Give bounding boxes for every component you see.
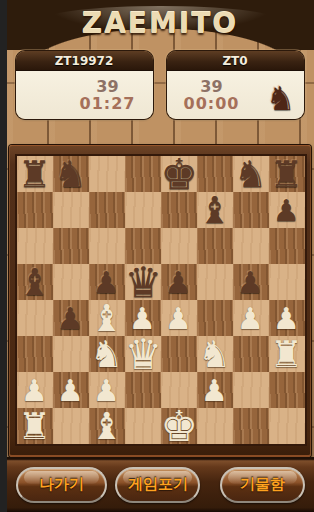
square-c5[interactable]: ♟ — [89, 264, 125, 300]
square-h2[interactable] — [269, 372, 305, 408]
piece-box-button[interactable]: 기물함 — [220, 467, 304, 503]
square-g3[interactable] — [233, 336, 269, 372]
square-c8[interactable] — [89, 156, 125, 192]
piece-black-knight-b8[interactable]: ♞ — [53, 158, 89, 192]
piece-black-rook-a8[interactable]: ♜ — [17, 158, 53, 192]
square-b2[interactable]: ♟ — [53, 372, 89, 408]
piece-white-knight-f3[interactable]: ♞ — [197, 338, 233, 372]
square-g1[interactable] — [233, 408, 269, 444]
square-a4[interactable] — [17, 300, 53, 336]
piece-black-knight-g8[interactable]: ♞ — [233, 158, 269, 192]
bottom-button-bar: 나가기 게임포기 기물함 — [7, 457, 314, 512]
square-b1[interactable] — [53, 408, 89, 444]
piece-white-knight-c3[interactable]: ♞ — [89, 338, 125, 372]
player-black-name-bar: ZT0 — [167, 51, 304, 71]
piece-white-bishop-c1[interactable]: ♝ — [89, 410, 125, 444]
square-b3[interactable] — [53, 336, 89, 372]
square-g2[interactable] — [233, 372, 269, 408]
player-white-name: ZT19972 — [55, 54, 114, 68]
exit-button-label: 나가기 — [39, 475, 84, 494]
piece-white-queen-d3[interactable]: ♛ — [125, 338, 161, 372]
square-d7[interactable] — [125, 192, 161, 228]
square-a8[interactable]: ♜ — [17, 156, 53, 192]
square-g8[interactable]: ♞ — [233, 156, 269, 192]
square-a3[interactable] — [17, 336, 53, 372]
app-screen: ZAEMITO ZT19972 39 01:27 ZT0 39 00:00 — [7, 0, 314, 512]
square-c4[interactable]: ♝ — [89, 300, 125, 336]
square-a5[interactable]: ♝ — [17, 264, 53, 300]
player-panel-white: ZT19972 39 01:27 — [16, 51, 153, 119]
square-b8[interactable]: ♞ — [53, 156, 89, 192]
square-a2[interactable]: ♟ — [17, 372, 53, 408]
board-frame: ♜♞♚♞♜♝♟♝♟♛♟♟♟♝♟♟♟♟♞♛♞♜♟♟♟♟♜♝♚ — [9, 145, 311, 457]
square-c6[interactable] — [89, 228, 125, 264]
piece-white-pawn-b2[interactable]: ♟ — [53, 374, 89, 408]
square-c2[interactable]: ♟ — [89, 372, 125, 408]
square-a7[interactable] — [17, 192, 53, 228]
square-d1[interactable] — [125, 408, 161, 444]
square-c1[interactable]: ♝ — [89, 408, 125, 444]
square-c3[interactable]: ♞ — [89, 336, 125, 372]
square-d8[interactable] — [125, 156, 161, 192]
square-h1[interactable] — [269, 408, 305, 444]
player-panels: ZT19972 39 01:27 ZT0 39 00:00 ♞ — [16, 51, 305, 119]
piece-black-pawn-g5[interactable]: ♟ — [233, 266, 269, 300]
square-e4[interactable]: ♟ — [161, 300, 197, 336]
square-h8[interactable]: ♜ — [269, 156, 305, 192]
square-a6[interactable] — [17, 228, 53, 264]
square-g4[interactable]: ♟ — [233, 300, 269, 336]
square-c7[interactable] — [89, 192, 125, 228]
square-h7[interactable]: ♟ — [269, 192, 305, 228]
piece-black-bishop-f7[interactable]: ♝ — [197, 194, 233, 228]
app-title: ZAEMITO — [7, 7, 314, 40]
square-h5[interactable] — [269, 264, 305, 300]
square-d2[interactable] — [125, 372, 161, 408]
square-f1[interactable] — [197, 408, 233, 444]
square-f4[interactable] — [197, 300, 233, 336]
square-e1[interactable]: ♚ — [161, 408, 197, 444]
square-e5[interactable]: ♟ — [161, 264, 197, 300]
player-white-score: 39 — [71, 78, 145, 95]
title-bar: ZAEMITO — [7, 0, 314, 50]
square-h3[interactable]: ♜ — [269, 336, 305, 372]
square-d3[interactable]: ♛ — [125, 336, 161, 372]
piece-black-pawn-h7[interactable]: ♟ — [269, 194, 305, 228]
square-f7[interactable]: ♝ — [197, 192, 233, 228]
piece-black-queen-d5[interactable]: ♛ — [125, 266, 161, 300]
square-a1[interactable]: ♜ — [17, 408, 53, 444]
resign-button[interactable]: 게임포기 — [115, 467, 200, 503]
square-f3[interactable]: ♞ — [197, 336, 233, 372]
square-e6[interactable] — [161, 228, 197, 264]
piece-black-pawn-b4[interactable]: ♟ — [53, 302, 89, 336]
player-black-time: 00:00 — [173, 95, 251, 113]
square-h6[interactable] — [269, 228, 305, 264]
square-b5[interactable] — [53, 264, 89, 300]
piece-white-rook-h3[interactable]: ♜ — [269, 338, 305, 372]
player-black-name: ZT0 — [222, 54, 247, 68]
square-e7[interactable] — [161, 192, 197, 228]
square-f2[interactable]: ♟ — [197, 372, 233, 408]
piece-white-rook-a1[interactable]: ♜ — [17, 410, 53, 444]
black-knight-icon: ♞ — [266, 79, 296, 119]
exit-button[interactable]: 나가기 — [16, 467, 108, 503]
square-d5[interactable]: ♛ — [125, 264, 161, 300]
piece-white-pawn-e4[interactable]: ♟ — [161, 302, 197, 336]
piece-box-button-label: 기물함 — [240, 475, 285, 494]
square-f6[interactable] — [197, 228, 233, 264]
square-b6[interactable] — [53, 228, 89, 264]
player-black-clock-panel: 39 00:00 ♞ — [167, 71, 304, 119]
piece-white-bishop-c4[interactable]: ♝ — [89, 302, 125, 336]
piece-white-pawn-g4[interactable]: ♟ — [233, 302, 269, 336]
player-white-clock-panel: 39 01:27 — [16, 71, 153, 119]
piece-black-pawn-e5[interactable]: ♟ — [161, 266, 197, 300]
chess-board: ♜♞♚♞♜♝♟♝♟♛♟♟♟♝♟♟♟♟♞♛♞♜♟♟♟♟♜♝♚ — [17, 156, 305, 444]
piece-white-pawn-f2[interactable]: ♟ — [197, 374, 233, 408]
player-white-name-bar: ZT19972 — [16, 51, 153, 71]
player-white-time: 01:27 — [71, 95, 145, 113]
square-e8[interactable]: ♚ — [161, 156, 197, 192]
square-b4[interactable]: ♟ — [53, 300, 89, 336]
square-g5[interactable]: ♟ — [233, 264, 269, 300]
piece-black-king-e8[interactable]: ♚ — [161, 158, 197, 192]
square-b7[interactable] — [53, 192, 89, 228]
player-black-score: 39 — [173, 78, 251, 95]
piece-white-pawn-c2[interactable]: ♟ — [89, 374, 125, 408]
piece-black-bishop-a5[interactable]: ♝ — [17, 266, 53, 300]
player-panel-black: ZT0 39 00:00 ♞ — [167, 51, 304, 119]
piece-white-pawn-a2[interactable]: ♟ — [17, 374, 53, 408]
square-f8[interactable] — [197, 156, 233, 192]
square-h4[interactable]: ♟ — [269, 300, 305, 336]
piece-black-rook-h8[interactable]: ♜ — [269, 158, 305, 192]
resign-button-label: 게임포기 — [128, 475, 188, 494]
piece-white-pawn-h4[interactable]: ♟ — [269, 302, 305, 336]
square-f5[interactable] — [197, 264, 233, 300]
piece-black-pawn-c5[interactable]: ♟ — [89, 266, 125, 300]
square-g7[interactable] — [233, 192, 269, 228]
square-g6[interactable] — [233, 228, 269, 264]
piece-white-king-e1[interactable]: ♚ — [161, 410, 197, 444]
square-e3[interactable] — [161, 336, 197, 372]
